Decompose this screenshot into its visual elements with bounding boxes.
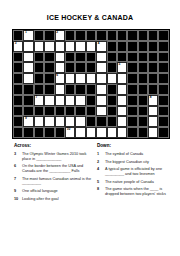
clue-item-number: 10 <box>14 197 22 202</box>
clue-number: 6 <box>56 74 58 77</box>
black-cell <box>158 84 168 95</box>
black-cell <box>158 116 168 127</box>
black-cell <box>75 106 85 117</box>
clue-item: 2The biggest Canadian city <box>97 160 174 165</box>
black-cell <box>86 52 96 63</box>
black-cell <box>107 106 117 117</box>
black-cell <box>13 127 23 138</box>
clue-item-number: 3 <box>14 152 22 161</box>
white-cell[interactable] <box>107 73 117 84</box>
black-cell <box>23 84 33 95</box>
black-cell <box>127 73 137 84</box>
white-cell[interactable] <box>55 84 65 95</box>
clue-item-text: The native people of Canada <box>105 180 174 185</box>
white-cell[interactable] <box>75 95 85 106</box>
black-cell <box>44 127 54 138</box>
white-cell[interactable] <box>96 62 106 73</box>
white-cell[interactable] <box>117 127 127 138</box>
black-cell <box>158 62 168 73</box>
white-cell[interactable] <box>75 127 85 138</box>
black-cell <box>138 127 148 138</box>
black-cell <box>44 62 54 73</box>
clue-item-number: 6 <box>14 164 22 173</box>
black-cell <box>34 127 44 138</box>
black-cell <box>86 62 96 73</box>
black-cell <box>13 95 23 106</box>
white-cell[interactable] <box>148 106 158 117</box>
black-cell <box>86 116 96 127</box>
black-cell <box>96 116 106 127</box>
black-cell <box>138 41 148 52</box>
black-cell <box>13 84 23 95</box>
clue-item: 5The native people of Canada <box>97 180 174 185</box>
black-cell <box>127 127 137 138</box>
clue-item: 3The Olympic Winter Games 2010 took plac… <box>14 152 94 161</box>
down-clues-column: Down: 1The symbol of Canada2The biggest … <box>97 143 174 200</box>
black-cell <box>65 106 75 117</box>
white-cell[interactable] <box>65 95 75 106</box>
white-cell[interactable] <box>55 41 65 52</box>
clue-item-text: The game starts when the ____ is dropped… <box>105 187 174 196</box>
white-cell[interactable]: 6 <box>55 73 65 84</box>
white-cell[interactable] <box>55 52 65 63</box>
white-cell[interactable] <box>96 95 106 106</box>
black-cell <box>65 62 75 73</box>
white-cell[interactable] <box>117 116 127 127</box>
white-cell[interactable] <box>55 95 65 106</box>
black-cell <box>96 30 106 41</box>
black-cell <box>44 30 54 41</box>
down-clue-list: 1The symbol of Canada2The biggest Canadi… <box>97 152 174 197</box>
black-cell <box>127 41 137 52</box>
black-cell <box>75 52 85 63</box>
black-cell <box>13 30 23 41</box>
clue-item: 10Looking after the goal <box>14 197 94 202</box>
black-cell <box>107 84 117 95</box>
clue-item-text: The biggest Canadian city <box>105 160 174 165</box>
clue-item-text: The symbol of Canada <box>105 152 174 157</box>
page-title: ICE HOCKEY & CANADA <box>0 14 180 21</box>
black-cell <box>13 106 23 117</box>
clue-item-number: 8 <box>97 187 105 196</box>
clue-item: 6On the border between the USA and Canad… <box>14 164 94 173</box>
white-cell[interactable] <box>75 41 85 52</box>
clue-item: 4A typical game is officiated by one ___… <box>97 167 174 176</box>
black-cell <box>127 30 137 41</box>
black-cell <box>127 62 137 73</box>
white-cell[interactable] <box>107 127 117 138</box>
black-cell <box>44 106 54 117</box>
black-cell <box>138 84 148 95</box>
clue-item-text: One official language <box>22 189 94 194</box>
black-cell <box>75 30 85 41</box>
clue-item-text: A typical game is officiated by one ____… <box>105 167 174 176</box>
black-cell <box>127 95 137 106</box>
clue-number: 5 <box>119 63 121 66</box>
clue-item-number: 5 <box>97 180 105 185</box>
black-cell <box>107 95 117 106</box>
white-cell[interactable] <box>117 73 127 84</box>
white-cell[interactable] <box>55 62 65 73</box>
black-cell <box>107 41 117 52</box>
white-cell[interactable] <box>117 106 127 117</box>
black-cell <box>158 127 168 138</box>
black-cell <box>44 84 54 95</box>
black-cell <box>117 52 127 63</box>
across-clues-column: Across: 3The Olympic Winter Games 2010 t… <box>14 143 94 204</box>
black-cell <box>127 106 137 117</box>
clue-item-text: Looking after the goal <box>22 197 94 202</box>
white-cell[interactable]: 5 <box>117 62 127 73</box>
black-cell <box>158 52 168 63</box>
black-cell <box>23 95 33 106</box>
black-cell <box>158 106 168 117</box>
black-cell <box>23 106 33 117</box>
black-cell <box>148 52 158 63</box>
black-cell <box>23 127 33 138</box>
black-cell <box>65 84 75 95</box>
white-cell[interactable] <box>75 116 85 127</box>
white-cell[interactable]: 1 <box>23 30 33 41</box>
white-cell[interactable] <box>117 84 127 95</box>
white-cell[interactable] <box>65 41 75 52</box>
black-cell <box>107 116 117 127</box>
black-cell <box>34 106 44 117</box>
black-cell <box>138 30 148 41</box>
white-cell[interactable] <box>65 73 75 84</box>
across-label: Across: <box>14 143 94 148</box>
white-cell[interactable] <box>86 127 96 138</box>
clue-number: 2 <box>56 31 58 34</box>
black-cell <box>34 84 44 95</box>
clue-item-text: On the border between the USA and Canada… <box>22 164 94 173</box>
white-cell[interactable] <box>86 41 96 52</box>
clue-item-number: 7 <box>14 177 22 186</box>
white-cell[interactable]: 8 <box>148 95 158 106</box>
black-cell <box>107 62 117 73</box>
clue-number: 7 <box>35 96 37 99</box>
clue-item: 9One official language <box>14 189 94 194</box>
black-cell <box>117 41 127 52</box>
white-cell[interactable] <box>117 95 127 106</box>
clue-item-text: The most famous Canadian animal is the _… <box>22 177 94 186</box>
black-cell <box>138 95 148 106</box>
clue-number: 4 <box>98 42 100 45</box>
white-cell[interactable] <box>96 127 106 138</box>
black-cell <box>138 73 148 84</box>
black-cell <box>158 30 168 41</box>
white-cell[interactable] <box>34 116 44 127</box>
white-cell[interactable]: 9 <box>23 116 33 127</box>
clue-number: 8 <box>150 96 152 99</box>
black-cell <box>138 106 148 117</box>
black-cell <box>34 30 44 41</box>
black-cell <box>107 52 117 63</box>
black-cell <box>148 84 158 95</box>
black-cell <box>55 127 65 138</box>
white-cell[interactable]: 10 <box>65 127 75 138</box>
white-cell[interactable] <box>34 41 44 52</box>
white-cell[interactable] <box>44 95 54 106</box>
black-cell <box>158 95 168 106</box>
black-cell <box>34 52 44 63</box>
black-cell <box>158 41 168 52</box>
black-cell <box>86 106 96 117</box>
white-cell[interactable] <box>23 41 33 52</box>
black-cell <box>148 30 158 41</box>
white-cell[interactable] <box>55 116 65 127</box>
clue-item: 8The game starts when the ____ is droppe… <box>97 187 174 196</box>
black-cell <box>158 73 168 84</box>
black-cell <box>127 52 137 63</box>
clue-number: 9 <box>25 117 27 120</box>
white-cell[interactable] <box>23 62 33 73</box>
black-cell <box>44 52 54 63</box>
clue-item: 7The most famous Canadian animal is the … <box>14 177 94 186</box>
black-cell <box>13 62 23 73</box>
black-cell <box>107 30 117 41</box>
clue-number: 3 <box>15 42 17 45</box>
clue-number: 1 <box>25 31 27 34</box>
white-cell[interactable] <box>96 84 106 95</box>
white-cell[interactable]: 4 <box>96 41 106 52</box>
white-cell[interactable]: 2 <box>55 30 65 41</box>
black-cell <box>55 106 65 117</box>
white-cell[interactable] <box>44 41 54 52</box>
black-cell <box>138 62 148 73</box>
white-cell[interactable] <box>96 106 106 117</box>
down-label: Down: <box>97 143 174 148</box>
black-cell <box>34 62 44 73</box>
white-cell[interactable] <box>96 52 106 63</box>
black-cell <box>13 116 23 127</box>
white-cell[interactable] <box>44 116 54 127</box>
black-cell <box>148 62 158 73</box>
black-cell <box>138 116 148 127</box>
black-cell <box>127 84 137 95</box>
clue-item-text: The Olympic Winter Games 2010 took place… <box>22 152 94 161</box>
white-cell[interactable] <box>148 127 158 138</box>
black-cell <box>148 41 158 52</box>
black-cell <box>86 30 96 41</box>
black-cell <box>86 84 96 95</box>
clue-item-number: 1 <box>97 152 105 157</box>
white-cell[interactable] <box>23 73 33 84</box>
black-cell <box>75 62 85 73</box>
black-cell <box>127 116 137 127</box>
black-cell <box>65 30 75 41</box>
clue-item-number: 4 <box>97 167 105 176</box>
black-cell <box>34 73 44 84</box>
clue-item-number: 9 <box>14 189 22 194</box>
black-cell <box>13 52 23 63</box>
black-cell <box>86 95 96 106</box>
white-cell[interactable] <box>96 73 106 84</box>
white-cell[interactable] <box>86 73 96 84</box>
clue-item-number: 2 <box>97 160 105 165</box>
black-cell <box>148 73 158 84</box>
white-cell[interactable] <box>23 52 33 63</box>
black-cell <box>65 52 75 63</box>
white-cell[interactable] <box>75 73 85 84</box>
black-cell <box>13 73 23 84</box>
black-cell <box>117 30 127 41</box>
black-cell <box>75 84 85 95</box>
white-cell[interactable]: 3 <box>13 41 23 52</box>
white-cell[interactable]: 7 <box>34 95 44 106</box>
crossword-grid: 12345678910 <box>12 29 170 139</box>
clue-item: 1The symbol of Canada <box>97 152 174 157</box>
black-cell <box>138 52 148 63</box>
across-clue-list: 3The Olympic Winter Games 2010 took plac… <box>14 152 94 201</box>
clue-number: 10 <box>67 128 71 131</box>
white-cell[interactable] <box>148 116 158 127</box>
black-cell <box>44 73 54 84</box>
white-cell[interactable] <box>65 116 75 127</box>
